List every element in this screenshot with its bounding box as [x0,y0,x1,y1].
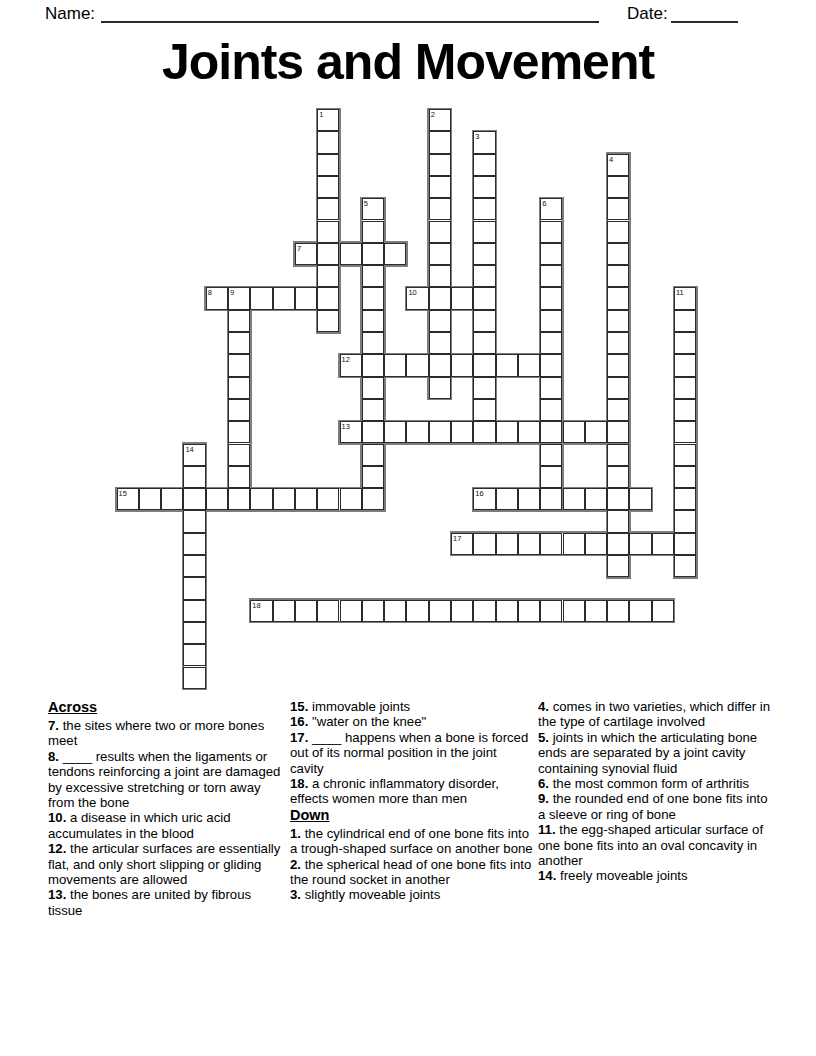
grid-cell-r12c16[interactable] [473,377,495,399]
clue-number-label: 12. [48,841,70,856]
grid-cell-r19c19[interactable] [540,533,562,555]
grid-cell-r5c14[interactable] [429,221,451,243]
grid-cell-r15c22[interactable] [607,444,629,466]
grid-cell-r6c16[interactable] [473,243,495,265]
name-label: Name: [45,5,95,22]
grid-cell-r19c24[interactable] [652,533,674,555]
clue-7-across: 7. the sites where two or more bones mee… [48,718,287,749]
grid-cell-r11c19[interactable] [540,354,562,376]
grid-cell-r13c25[interactable] [674,399,696,421]
grid-cell-r22c23[interactable] [629,600,651,622]
grid-cell-r12c25[interactable] [674,377,696,399]
clue-number-7: 7 [297,245,301,253]
clue-number-label: 16. [290,714,312,729]
grid-cell-r14c22[interactable] [607,421,629,443]
grid-cell-r4c14[interactable] [429,198,451,220]
grid-cell-r17c11[interactable] [362,488,384,510]
clue-number-label: 11. [538,822,559,837]
grid-cell-r19c16[interactable] [473,533,495,555]
grid-cell-r8c11[interactable] [362,287,384,309]
grid-cell-r11c5[interactable] [228,354,250,376]
grid-cell-r8c8[interactable] [295,287,317,309]
grid-cell-r8c15[interactable] [451,287,473,309]
clue-4-down: 4. comes in two varieties, which differ … [538,699,778,730]
clue-number-label: 5. [538,730,553,745]
clue-number-label: 18. [290,776,312,791]
grid-cell-r17c23[interactable] [629,488,651,510]
grid-cell-r2c9[interactable] [317,154,339,176]
grid-cell-r22c20[interactable] [563,600,585,622]
grid-cell-r22c18[interactable] [518,600,540,622]
clue-number-12: 12 [342,356,350,364]
grid-cell-r16c22[interactable] [607,466,629,488]
grid-cell-r9c19[interactable] [540,310,562,332]
clue-9-down: 9. the rounded end of one bone fits into… [538,791,778,822]
grid-cell-r9c16[interactable] [473,310,495,332]
grid-cell-r19c21[interactable] [585,533,607,555]
grid-cell-r20c25[interactable] [674,555,696,577]
clue-number-15: 15 [119,490,127,498]
grid-cell-r4c16[interactable] [473,198,495,220]
clue-column-1: Across7. the sites where two or more bon… [48,699,287,918]
grid-cell-r14c21[interactable] [585,421,607,443]
grid-cell-r6c19[interactable] [540,243,562,265]
clue-number-11: 11 [676,289,684,297]
grid-cell-r11c12[interactable] [384,354,406,376]
grid-cell-r9c22[interactable] [607,310,629,332]
clue-number-label: 3. [290,887,305,902]
grid-cell-r17c20[interactable] [563,488,585,510]
grid-cell-r22c9[interactable] [317,600,339,622]
grid-cell-r17c3[interactable] [183,488,205,510]
grid-cell-r22c24[interactable] [652,600,674,622]
grid-cell-r17c8[interactable] [295,488,317,510]
grid-cell-r1c14[interactable] [429,131,451,153]
clue-number-2: 2 [431,111,435,119]
clue-number-10: 10 [408,289,416,297]
grid-cell-r8c14[interactable] [429,287,451,309]
grid-cell-r5c19[interactable] [540,221,562,243]
grid-cell-r10c11[interactable] [362,332,384,354]
grid-cell-r17c10[interactable] [340,488,362,510]
grid-cell-r12c11[interactable] [362,377,384,399]
clue-number-17: 17 [453,535,461,543]
grid-cell-r9c14[interactable] [429,310,451,332]
grid-cell-r9c11[interactable] [362,310,384,332]
grid-cell-r8c7[interactable] [273,287,295,309]
grid-cell-r11c22[interactable] [607,354,629,376]
clue-number-4: 4 [609,156,613,164]
grid-cell-r16c25[interactable] [674,466,696,488]
grid-cell-r13c16[interactable] [473,399,495,421]
grid-cell-r5c9[interactable] [317,221,339,243]
grid-cell-r14c5[interactable] [228,421,250,443]
grid-cell-r7c9[interactable] [317,265,339,287]
grid-cell-r22c16[interactable] [473,600,495,622]
grid-cell-r11c17[interactable] [496,354,518,376]
grid-cell-r19c3[interactable] [183,533,205,555]
puzzle-title: Joints and Movement [0,37,816,87]
grid-cell-r17c19[interactable] [540,488,562,510]
grid-cell-r2c14[interactable] [429,154,451,176]
grid-cell-r4c22[interactable] [607,198,629,220]
grid-cell-r17c5[interactable] [228,488,250,510]
grid-cell-r17c18[interactable] [518,488,540,510]
clue-10-across: 10. a disease in which uric acid accumul… [48,810,287,841]
grid-cell-r18c25[interactable] [674,510,696,532]
grid-cell-r14c18[interactable] [518,421,540,443]
grid-cell-r6c12[interactable] [384,243,406,265]
clue-number-label: 4. [538,699,553,714]
grid-cell-r20c3[interactable] [183,555,205,577]
grid-cell-r10c16[interactable] [473,332,495,354]
grid-cell-r10c25[interactable] [674,332,696,354]
grid-cell-r14c20[interactable] [563,421,585,443]
grid-cell-r13c19[interactable] [540,399,562,421]
clue-column-2: 15. immovable joints16. "water on the kn… [290,699,533,918]
grid-cell-r17c4[interactable] [206,488,228,510]
grid-cell-r22c3[interactable] [183,600,205,622]
grid-cell-r7c19[interactable] [540,265,562,287]
grid-cell-r7c14[interactable] [429,265,451,287]
grid-cell-r11c11[interactable] [362,354,384,376]
grid-cell-r5c16[interactable] [473,221,495,243]
grid-cell-r3c16[interactable] [473,176,495,198]
grid-cell-r22c19[interactable] [540,600,562,622]
grid-cell-r16c19[interactable] [540,466,562,488]
grid-cell-r14c16[interactable] [473,421,495,443]
grid-cell-r11c25[interactable] [674,354,696,376]
grid-cell-r16c5[interactable] [228,466,250,488]
grid-cell-r11c14[interactable] [429,354,451,376]
grid-cell-r10c22[interactable] [607,332,629,354]
clue-11-down: 11. the egg-shaped articular surface of … [538,822,778,868]
grid-cell-r13c5[interactable] [228,399,250,421]
clue-number-label: 10. [48,810,70,825]
grid-cell-r3c14[interactable] [429,176,451,198]
grid-cell-r9c9[interactable] [317,310,339,332]
grid-cell-r22c13[interactable] [406,600,428,622]
grid-cell-r6c11[interactable] [362,243,384,265]
grid-cell-r10c14[interactable] [429,332,451,354]
clue-3-down: 3. slightly moveable joints [290,887,533,902]
grid-cell-r22c12[interactable] [384,600,406,622]
grid-cell-r19c23[interactable] [629,533,651,555]
worksheet-page: Name: Date: Joints and Movement 12345678… [0,0,816,1056]
grid-cell-r14c13[interactable] [406,421,428,443]
grid-cell-r8c6[interactable] [250,287,272,309]
clue-number-3: 3 [475,133,479,141]
clue-number-13: 13 [342,423,350,431]
clue-2-down: 2. the spherical head of one bone fits i… [290,857,533,888]
clue-number-18: 18 [252,602,260,610]
name-blank-line [101,4,599,23]
grid-cell-r3c9[interactable] [317,176,339,198]
crossword-grid: 123456789101112131415161718 [117,109,697,689]
grid-cell-r10c5[interactable] [228,332,250,354]
clue-number-label: 7. [48,718,63,733]
clue-6-down: 6. the most common form of arthritis [538,776,778,791]
grid-cell-r4c9[interactable] [317,198,339,220]
grid-cell-r17c21[interactable] [585,488,607,510]
grid-cell-r13c11[interactable] [362,399,384,421]
across-heading: Across [48,699,287,716]
clue-12-across: 12. the articular surfaces are essential… [48,841,287,887]
clue-number-label: 15. [290,699,312,714]
date-blank-line [671,4,738,23]
grid-cell-r22c7[interactable] [273,600,295,622]
grid-cell-r6c9[interactable] [317,243,339,265]
grid-cell-r21c3[interactable] [183,577,205,599]
grid-cell-r9c25[interactable] [674,310,696,332]
clue-5-down: 5. joints in which the articulating bone… [538,730,778,776]
clue-14-down: 14. freely moveable joints [538,868,778,883]
grid-cell-r11c15[interactable] [451,354,473,376]
grid-cell-r17c25[interactable] [674,488,696,510]
grid-cell-r7c11[interactable] [362,265,384,287]
grid-cell-r8c9[interactable] [317,287,339,309]
grid-cell-r22c8[interactable] [295,600,317,622]
grid-cell-r17c7[interactable] [273,488,295,510]
grid-cell-r7c22[interactable] [607,265,629,287]
grid-cell-r23c3[interactable] [183,622,205,644]
grid-cell-r22c17[interactable] [496,600,518,622]
grid-cell-r25c3[interactable] [183,667,205,689]
grid-cell-r14c15[interactable] [451,421,473,443]
grid-cell-r2c16[interactable] [473,154,495,176]
grid-cell-r11c18[interactable] [518,354,540,376]
grid-cell-r12c14[interactable] [429,377,451,399]
grid-cell-r16c11[interactable] [362,466,384,488]
clue-16-across: 16. "water on the knee" [290,714,533,729]
grid-cell-r19c17[interactable] [496,533,518,555]
clue-number-label: 8. [48,749,63,764]
grid-cell-r18c22[interactable] [607,510,629,532]
grid-cell-r22c10[interactable] [340,600,362,622]
grid-cell-r14c14[interactable] [429,421,451,443]
grid-cell-r22c14[interactable] [429,600,451,622]
clue-number-14: 14 [185,446,193,454]
grid-cell-r15c19[interactable] [540,444,562,466]
clue-number-6: 6 [542,200,546,208]
grid-cell-r10c19[interactable] [540,332,562,354]
grid-cell-r5c11[interactable] [362,221,384,243]
grid-cell-r14c12[interactable] [384,421,406,443]
grid-cell-r11c16[interactable] [473,354,495,376]
grid-cell-r22c21[interactable] [585,600,607,622]
grid-cell-r12c22[interactable] [607,377,629,399]
grid-cell-r17c2[interactable] [161,488,183,510]
grid-cell-r22c22[interactable] [607,600,629,622]
grid-cell-r22c15[interactable] [451,600,473,622]
grid-cell-r19c25[interactable] [674,533,696,555]
clue-17-across: 17. ____ happens when a bone is forced o… [290,730,533,776]
grid-cell-r14c11[interactable] [362,421,384,443]
grid-cell-r16c3[interactable] [183,466,205,488]
grid-cell-r22c11[interactable] [362,600,384,622]
grid-cell-r19c22[interactable] [607,533,629,555]
grid-cell-r6c22[interactable] [607,243,629,265]
clue-8-across: 8. ____ results when the ligaments or te… [48,749,287,811]
grid-cell-r19c20[interactable] [563,533,585,555]
clue-number-9: 9 [230,289,234,297]
clue-number-label: 1. [290,826,305,841]
grid-cell-r20c22[interactable] [607,555,629,577]
clue-number-label: 14. [538,868,560,883]
grid-cell-r14c25[interactable] [674,421,696,443]
clue-number-label: 2. [290,857,305,872]
grid-cell-r18c3[interactable] [183,510,205,532]
grid-cell-r19c18[interactable] [518,533,540,555]
date-label: Date: [627,5,668,22]
grid-cell-r8c16[interactable] [473,287,495,309]
grid-cell-r12c19[interactable] [540,377,562,399]
clue-column-3: 4. comes in two varieties, which differ … [538,699,778,918]
clue-13-across: 13. the bones are united by fibrous tiss… [48,887,287,918]
clue-15-across: 15. immovable joints [290,699,533,714]
grid-cell-r13c22[interactable] [607,399,629,421]
clue-number-16: 16 [475,490,483,498]
clue-number-8: 8 [208,289,212,297]
clue-number-label: 6. [538,776,553,791]
grid-cell-r8c22[interactable] [607,287,629,309]
grid-cell-r5c22[interactable] [607,221,629,243]
grid-cell-r14c17[interactable] [496,421,518,443]
grid-cell-r6c14[interactable] [429,243,451,265]
down-heading: Down [290,807,533,824]
clue-number-label: 9. [538,791,553,806]
clue-1-down: 1. the cylindrical end of one bone fits … [290,826,533,857]
grid-cell-r12c5[interactable] [228,377,250,399]
clue-number-5: 5 [364,200,368,208]
grid-cell-r3c22[interactable] [607,176,629,198]
grid-cell-r17c22[interactable] [607,488,629,510]
grid-cell-r24c3[interactable] [183,644,205,666]
grid-cell-r17c17[interactable] [496,488,518,510]
clues-section: Across7. the sites where two or more bon… [48,699,780,918]
clue-18-across: 18. a chronic inflammatory disorder, eff… [290,776,533,807]
clue-number-1: 1 [319,111,323,119]
grid-cell-r6c10[interactable] [340,243,362,265]
grid-cell-r17c6[interactable] [250,488,272,510]
grid-cell-r17c1[interactable] [139,488,161,510]
grid-cell-r17c9[interactable] [317,488,339,510]
grid-cell-r15c5[interactable] [228,444,250,466]
grid-cell-r11c13[interactable] [406,354,428,376]
clue-number-label: 13. [48,887,70,902]
grid-cell-r15c11[interactable] [362,444,384,466]
grid-cell-r1c9[interactable] [317,131,339,153]
grid-cell-r8c19[interactable] [540,287,562,309]
grid-cell-r14c19[interactable] [540,421,562,443]
grid-cell-r7c16[interactable] [473,265,495,287]
grid-cell-r15c25[interactable] [674,444,696,466]
clue-number-label: 17. [290,730,312,745]
grid-cell-r9c5[interactable] [228,310,250,332]
